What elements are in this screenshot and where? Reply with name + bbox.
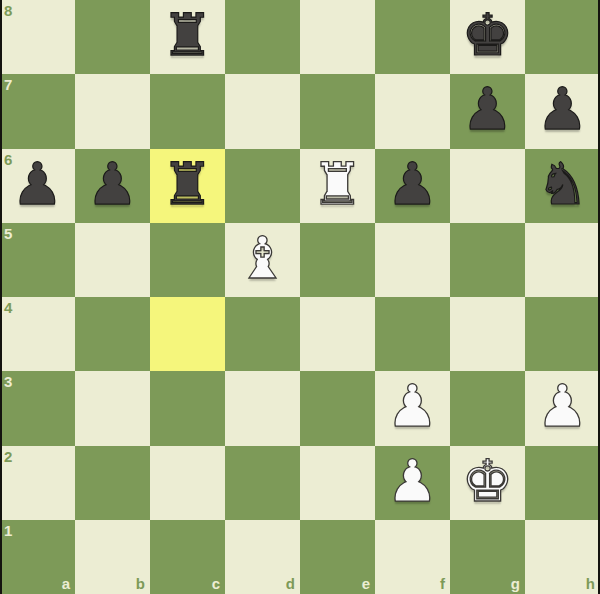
square-c7[interactable]	[150, 74, 225, 148]
white-bishop[interactable]: ♝	[237, 229, 289, 287]
file-label-f: f	[440, 575, 445, 592]
black-pawn[interactable]: ♟	[462, 80, 514, 138]
file-label-g: g	[511, 575, 520, 592]
square-g7[interactable]: ♟	[450, 74, 525, 148]
square-e5[interactable]	[300, 223, 375, 297]
square-h4[interactable]	[525, 297, 600, 371]
square-g6[interactable]	[450, 149, 525, 223]
square-a7[interactable]: 7	[0, 74, 75, 148]
square-f6[interactable]: ♟	[375, 149, 450, 223]
square-a5[interactable]: 5	[0, 223, 75, 297]
square-d2[interactable]	[225, 446, 300, 520]
square-h1[interactable]: h	[525, 520, 600, 594]
square-d5[interactable]: ♝	[225, 223, 300, 297]
square-c6[interactable]: ♜	[150, 149, 225, 223]
rank-label-1: 1	[4, 522, 12, 539]
square-g4[interactable]	[450, 297, 525, 371]
square-b2[interactable]	[75, 446, 150, 520]
square-a4[interactable]: 4	[0, 297, 75, 371]
square-d4[interactable]	[225, 297, 300, 371]
square-f8[interactable]	[375, 0, 450, 74]
file-label-b: b	[136, 575, 145, 592]
square-d8[interactable]	[225, 0, 300, 74]
square-b8[interactable]	[75, 0, 150, 74]
white-pawn[interactable]: ♟	[387, 377, 439, 435]
square-f2[interactable]: ♟	[375, 446, 450, 520]
square-a3[interactable]: 3	[0, 371, 75, 445]
chess-board-wrap: 8♜♚7♟♟6♟♟♜♜♟♞5♝43♟♟2♟♚1abcdefgh	[0, 0, 600, 594]
black-pawn[interactable]: ♟	[537, 80, 589, 138]
square-c5[interactable]	[150, 223, 225, 297]
square-d6[interactable]	[225, 149, 300, 223]
file-label-d: d	[286, 575, 295, 592]
square-h5[interactable]	[525, 223, 600, 297]
rank-label-7: 7	[4, 76, 12, 93]
square-g2[interactable]: ♚	[450, 446, 525, 520]
chess-board: 8♜♚7♟♟6♟♟♜♜♟♞5♝43♟♟2♟♚1abcdefgh	[0, 0, 600, 594]
white-rook[interactable]: ♜	[312, 155, 364, 213]
square-d3[interactable]	[225, 371, 300, 445]
square-d7[interactable]	[225, 74, 300, 148]
white-pawn[interactable]: ♟	[387, 452, 439, 510]
square-f4[interactable]	[375, 297, 450, 371]
rank-label-8: 8	[4, 2, 12, 19]
square-f5[interactable]	[375, 223, 450, 297]
square-c3[interactable]	[150, 371, 225, 445]
square-b6[interactable]: ♟	[75, 149, 150, 223]
black-pawn[interactable]: ♟	[87, 155, 139, 213]
square-a1[interactable]: 1a	[0, 520, 75, 594]
square-c1[interactable]: c	[150, 520, 225, 594]
file-label-h: h	[586, 575, 595, 592]
rank-label-2: 2	[4, 448, 12, 465]
square-b7[interactable]	[75, 74, 150, 148]
rank-label-5: 5	[4, 225, 12, 242]
square-c8[interactable]: ♜	[150, 0, 225, 74]
square-b5[interactable]	[75, 223, 150, 297]
square-a8[interactable]: 8	[0, 0, 75, 74]
square-e7[interactable]	[300, 74, 375, 148]
square-h2[interactable]	[525, 446, 600, 520]
white-king[interactable]: ♚	[462, 452, 514, 510]
square-f3[interactable]: ♟	[375, 371, 450, 445]
black-rook[interactable]: ♜	[162, 6, 214, 64]
file-label-c: c	[212, 575, 220, 592]
square-e6[interactable]: ♜	[300, 149, 375, 223]
square-b3[interactable]	[75, 371, 150, 445]
file-label-a: a	[62, 575, 70, 592]
square-c4[interactable]	[150, 297, 225, 371]
square-g3[interactable]	[450, 371, 525, 445]
square-f7[interactable]	[375, 74, 450, 148]
white-pawn[interactable]: ♟	[537, 377, 589, 435]
square-e8[interactable]	[300, 0, 375, 74]
rank-label-4: 4	[4, 299, 12, 316]
square-a2[interactable]: 2	[0, 446, 75, 520]
square-a6[interactable]: 6♟	[0, 149, 75, 223]
square-c2[interactable]	[150, 446, 225, 520]
black-pawn[interactable]: ♟	[12, 155, 64, 213]
black-king[interactable]: ♚	[462, 6, 514, 64]
square-g5[interactable]	[450, 223, 525, 297]
rank-label-3: 3	[4, 373, 12, 390]
square-h8[interactable]	[525, 0, 600, 74]
screen-edge-left	[0, 0, 2, 594]
square-b1[interactable]: b	[75, 520, 150, 594]
square-g1[interactable]: g	[450, 520, 525, 594]
square-h7[interactable]: ♟	[525, 74, 600, 148]
square-b4[interactable]	[75, 297, 150, 371]
black-rook[interactable]: ♜	[162, 155, 214, 213]
square-e3[interactable]	[300, 371, 375, 445]
square-e1[interactable]: e	[300, 520, 375, 594]
square-h6[interactable]: ♞	[525, 149, 600, 223]
square-e2[interactable]	[300, 446, 375, 520]
black-knight[interactable]: ♞	[537, 155, 589, 213]
square-f1[interactable]: f	[375, 520, 450, 594]
file-label-e: e	[362, 575, 370, 592]
square-d1[interactable]: d	[225, 520, 300, 594]
black-pawn[interactable]: ♟	[387, 155, 439, 213]
square-g8[interactable]: ♚	[450, 0, 525, 74]
square-h3[interactable]: ♟	[525, 371, 600, 445]
square-e4[interactable]	[300, 297, 375, 371]
